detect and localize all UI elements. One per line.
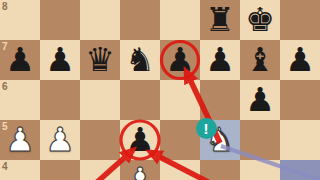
chess-board: 8♜♚7♟♟♛♞♟♟♝♟6♟5♟♟♟♞4♟ bbox=[0, 0, 320, 180]
piece-black-pawn[interactable]: ♟ bbox=[160, 40, 200, 80]
piece-black-pawn[interactable]: ♟ bbox=[0, 40, 40, 80]
square-f8[interactable]: ♜ bbox=[200, 0, 240, 40]
square-b4[interactable] bbox=[40, 160, 80, 180]
square-e5[interactable] bbox=[160, 120, 200, 160]
piece-white-knight[interactable]: ♞ bbox=[200, 120, 240, 160]
square-g5[interactable] bbox=[240, 120, 280, 160]
square-a7[interactable]: 7♟ bbox=[0, 40, 40, 80]
square-e7[interactable]: ♟ bbox=[160, 40, 200, 80]
piece-black-rook[interactable]: ♜ bbox=[200, 0, 240, 40]
piece-black-knight[interactable]: ♞ bbox=[120, 40, 160, 80]
square-g7[interactable]: ♝ bbox=[240, 40, 280, 80]
square-h7[interactable]: ♟ bbox=[280, 40, 320, 80]
square-a6[interactable]: 6 bbox=[0, 80, 40, 120]
piece-white-pawn[interactable]: ♟ bbox=[40, 120, 80, 160]
square-h4[interactable] bbox=[280, 160, 320, 180]
square-b5[interactable]: ♟ bbox=[40, 120, 80, 160]
square-a4[interactable]: 4 bbox=[0, 160, 40, 180]
square-g8[interactable]: ♚ bbox=[240, 0, 280, 40]
square-e6[interactable] bbox=[160, 80, 200, 120]
square-f5[interactable]: ♞ bbox=[200, 120, 240, 160]
square-d4[interactable]: ♟ bbox=[120, 160, 160, 180]
rank-label-4: 4 bbox=[2, 160, 8, 173]
square-c8[interactable] bbox=[80, 0, 120, 40]
square-f7[interactable]: ♟ bbox=[200, 40, 240, 80]
square-d7[interactable]: ♞ bbox=[120, 40, 160, 80]
square-g6[interactable]: ♟ bbox=[240, 80, 280, 120]
square-a5[interactable]: 5♟ bbox=[0, 120, 40, 160]
square-d8[interactable] bbox=[120, 0, 160, 40]
square-c5[interactable] bbox=[80, 120, 120, 160]
rank-label-6: 6 bbox=[2, 80, 8, 93]
square-c7[interactable]: ♛ bbox=[80, 40, 120, 80]
square-f6[interactable] bbox=[200, 80, 240, 120]
square-h5[interactable] bbox=[280, 120, 320, 160]
square-g4[interactable] bbox=[240, 160, 280, 180]
piece-black-queen[interactable]: ♛ bbox=[80, 40, 120, 80]
piece-black-pawn[interactable]: ♟ bbox=[280, 40, 320, 80]
square-c6[interactable] bbox=[80, 80, 120, 120]
square-d5[interactable]: ♟ bbox=[120, 120, 160, 160]
piece-white-pawn[interactable]: ♟ bbox=[120, 160, 160, 180]
square-a8[interactable]: 8 bbox=[0, 0, 40, 40]
piece-black-king[interactable]: ♚ bbox=[240, 0, 280, 40]
square-b8[interactable] bbox=[40, 0, 80, 40]
piece-black-pawn[interactable]: ♟ bbox=[240, 80, 280, 120]
square-d6[interactable] bbox=[120, 80, 160, 120]
piece-black-bishop[interactable]: ♝ bbox=[240, 40, 280, 80]
rank-label-8: 8 bbox=[2, 0, 8, 13]
square-h8[interactable] bbox=[280, 0, 320, 40]
piece-black-pawn[interactable]: ♟ bbox=[120, 120, 160, 160]
piece-black-pawn[interactable]: ♟ bbox=[40, 40, 80, 80]
square-h6[interactable] bbox=[280, 80, 320, 120]
square-b7[interactable]: ♟ bbox=[40, 40, 80, 80]
square-f4[interactable] bbox=[200, 160, 240, 180]
piece-black-pawn[interactable]: ♟ bbox=[200, 40, 240, 80]
square-e8[interactable] bbox=[160, 0, 200, 40]
piece-white-pawn[interactable]: ♟ bbox=[0, 120, 40, 160]
square-e4[interactable] bbox=[160, 160, 200, 180]
square-b6[interactable] bbox=[40, 80, 80, 120]
square-c4[interactable] bbox=[80, 160, 120, 180]
